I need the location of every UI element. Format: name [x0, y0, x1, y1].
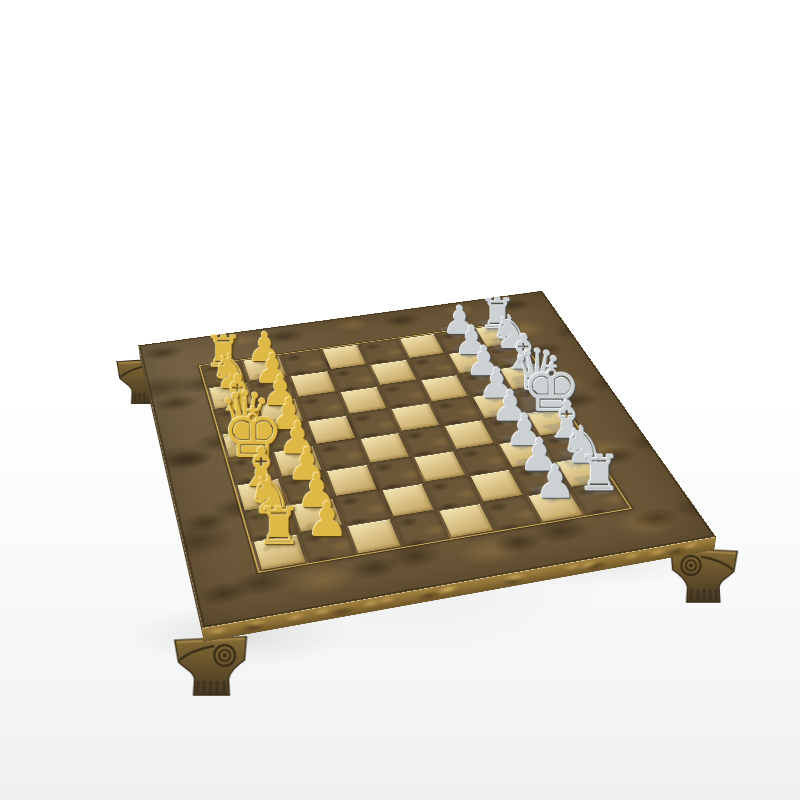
square-d5 — [389, 402, 442, 432]
studio-scene: ♜♜♟♟♟♟♜♜♞♞♟♟♟♟♞♞♝♝♟♟♟♟♝♝♛♛♟♟♟♟♛♛♚♚♟♟♟♟♚♚… — [0, 0, 800, 800]
chess-board: ♜♜♟♟♟♟♜♜♞♞♟♟♟♟♞♞♝♝♟♟♟♟♝♝♛♛♟♟♟♟♛♛♚♚♟♟♟♟♚♚… — [138, 291, 715, 628]
square-h1: ♜♜ — [251, 533, 308, 571]
volute-foot-icon — [173, 636, 248, 696]
silver-pawn: ♟ — [493, 459, 617, 505]
gold-rook: ♜ — [215, 500, 344, 552]
board-foot-front-left — [173, 636, 248, 696]
playing-area: ♜♜♟♟♟♟♜♜♞♞♟♟♟♟♞♞♝♝♟♟♟♟♝♝♛♛♟♟♟♟♛♛♚♚♟♟♟♟♚♚… — [200, 323, 629, 572]
